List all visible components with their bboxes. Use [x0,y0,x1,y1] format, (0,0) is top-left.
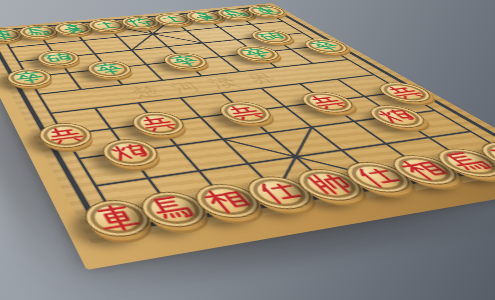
piece-red-advisor[interactable] [334,159,422,196]
piece-red-advisor[interactable] [236,173,322,213]
piece-red-horse[interactable] [425,146,495,181]
glyph-馬 [437,150,495,175]
piece-red-soldier[interactable] [369,81,440,105]
xiangqi-board: 楚河漢界 [0,3,495,244]
glyph-兵 [220,103,269,122]
glyph-馬 [21,26,54,37]
glyph-卒 [165,54,206,68]
piece-red-soldier[interactable] [125,110,192,138]
glyph-兵 [42,125,88,147]
glyph-士 [90,20,124,31]
glyph-炮 [104,141,155,165]
glyph-砲 [40,51,77,65]
glyph-仕 [248,178,309,206]
glyph-炮 [369,107,423,126]
glyph-車 [87,202,146,234]
glyph-帥 [298,171,360,198]
glyph-卒 [89,62,129,77]
glyph-仕 [346,164,409,191]
piece-red-cannon[interactable] [359,103,435,130]
glyph-車 [481,144,495,168]
piece-red-cannon[interactable] [95,137,166,170]
glyph-相 [197,186,258,216]
glyph-卒 [10,70,48,86]
piece-red-elephant[interactable] [380,152,469,188]
backdrop: 楚河漢界 [0,0,495,300]
glyph-將 [123,17,157,28]
glyph-象 [56,23,90,34]
piece-red-elephant[interactable] [185,181,270,222]
scene: 楚河漢界 [0,0,495,300]
glyph-相 [392,157,455,183]
piece-red-horse[interactable] [132,188,216,231]
piece-red-soldier[interactable] [292,90,362,115]
glyph-兵 [302,93,352,111]
glyph-兵 [379,84,430,101]
piece-red-chariot[interactable] [76,196,158,241]
glyph-馬 [143,194,203,225]
board-grid-lines [1,11,495,217]
piece-red-soldier[interactable] [211,99,280,126]
glyph-車 [0,29,19,41]
glyph-兵 [134,113,182,133]
piece-red-chariot[interactable] [468,139,495,172]
piece-red-general[interactable] [286,166,373,204]
scene-zoom: 楚河漢界 [0,0,495,300]
piece-red-soldier[interactable] [33,121,98,151]
river-inscription: 楚河漢界 [126,69,295,100]
